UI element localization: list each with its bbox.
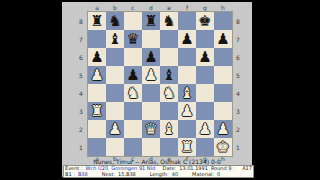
square-a3[interactable]: ♜ [88,102,106,120]
square-b7[interactable]: ♝ [106,30,124,48]
white-p-piece[interactable]: ♟ [90,66,103,84]
next-value: 15.B38 [118,172,136,178]
square-a7[interactable] [88,30,106,48]
move-value: B38 [78,172,88,178]
square-h1[interactable]: ♚ [214,138,232,156]
rank-labels-left: 87654321 [77,12,85,156]
black-p-piece[interactable]: ♟ [90,48,103,66]
square-f4[interactable]: ♝ [178,84,196,102]
length-label: Length: [150,172,169,178]
square-e8[interactable]: ♞ [160,12,178,30]
square-g3[interactable] [196,102,214,120]
square-g2[interactable]: ♟ [196,120,214,138]
material-value: 0 [217,172,220,178]
coord-label-1: 1 [234,138,242,156]
square-h5[interactable] [214,66,232,84]
round-label: Round 9 : [211,166,235,172]
square-a2[interactable] [88,120,106,138]
coord-label-5: 5 [234,66,242,84]
square-g7[interactable] [196,30,214,48]
square-b8[interactable]: ♞ [106,12,124,30]
square-e4[interactable]: ♞ [160,84,178,102]
square-e6[interactable] [160,48,178,66]
coord-label-6: 6 [77,48,85,66]
coord-label-a: a [88,5,106,11]
square-b5[interactable] [106,66,124,84]
square-h7[interactable]: ♟ [214,30,232,48]
file-labels-top: abcdefgh [88,5,232,11]
square-h4[interactable] [214,84,232,102]
coord-label-4: 4 [77,84,85,102]
square-c6[interactable] [124,48,142,66]
black-r-piece[interactable]: ♜ [144,12,157,30]
square-e3[interactable] [160,102,178,120]
coord-label-g: g [196,5,214,11]
square-b1[interactable] [106,138,124,156]
coord-label-8: 8 [234,12,242,30]
players-result-line: Nunes, Timur -- Arias, Osmak C (2134) 0-… [62,159,252,164]
rank-labels-right: 87654321 [234,12,242,156]
square-d5[interactable]: ♟ [142,66,160,84]
black-b-piece[interactable]: ♝ [162,66,175,84]
white-b-piece[interactable]: ♝ [180,84,193,102]
coord-label-c: c [124,5,142,11]
material-label: Material: [192,172,214,178]
coord-label-5: 5 [77,66,85,84]
coord-label-1: 1 [77,138,85,156]
square-f7[interactable]: ♟ [178,30,196,48]
coord-label-8: 8 [77,12,85,30]
square-e2[interactable]: ♝ [160,120,178,138]
square-a5[interactable]: ♟ [88,66,106,84]
square-f5[interactable] [178,66,196,84]
coord-label-2: 2 [234,120,242,138]
square-g6[interactable]: ♟ [196,48,214,66]
square-g8[interactable]: ♚ [196,12,214,30]
square-f6[interactable] [178,48,196,66]
square-g4[interactable] [196,84,214,102]
square-d1[interactable] [142,138,160,156]
square-f3[interactable]: ♟ [178,102,196,120]
square-a1[interactable] [88,138,106,156]
black-p-piece[interactable]: ♟ [126,66,139,84]
square-c7[interactable]: ♛ [124,30,142,48]
black-p-piece[interactable]: ♟ [180,30,193,48]
square-h3[interactable] [214,102,232,120]
square-d8[interactable]: ♜ [142,12,160,30]
square-f2[interactable] [178,120,196,138]
white-r-piece[interactable]: ♜ [180,138,193,156]
black-b-piece[interactable]: ♝ [108,30,121,48]
coord-label-3: 3 [234,102,242,120]
black-k-piece[interactable]: ♚ [198,12,211,30]
white-k-piece[interactable]: ♚ [216,138,229,156]
square-f1[interactable]: ♜ [178,138,196,156]
white-b-piece[interactable]: ♝ [162,120,175,138]
black-r-piece[interactable]: ♜ [90,12,103,30]
square-c3[interactable] [124,102,142,120]
square-b3[interactable] [106,102,124,120]
white-p-piece[interactable]: ♟ [144,66,157,84]
square-c8[interactable] [124,12,142,30]
square-g1[interactable] [196,138,214,156]
square-f8[interactable] [178,12,196,30]
black-p-piece[interactable]: ♟ [198,48,211,66]
square-h8[interactable] [214,12,232,30]
moves-row: B1 : B38 Next: 15.B38 Length: 40 Materia… [65,172,252,178]
square-a8[interactable]: ♜ [88,12,106,30]
white-q-piece[interactable]: ♛ [144,120,157,138]
square-b6[interactable] [106,48,124,66]
next-label: Next: [102,172,115,178]
square-h6[interactable] [214,48,232,66]
square-g5[interactable] [196,66,214,84]
square-c5[interactable]: ♟ [124,66,142,84]
coord-label-6: 6 [234,48,242,66]
black-n-piece[interactable]: ♞ [162,12,175,30]
game-info-box: Event : Wch U20, Groningen 91 Nld Date: … [63,165,254,178]
square-c1[interactable] [124,138,142,156]
white-p-piece[interactable]: ♟ [180,102,193,120]
square-d7[interactable] [142,30,160,48]
square-d3[interactable] [142,102,160,120]
square-e7[interactable] [160,30,178,48]
square-h2[interactable]: ♟ [214,120,232,138]
black-p-piece[interactable]: ♟ [144,48,157,66]
square-e5[interactable]: ♝ [160,66,178,84]
square-d2[interactable]: ♛ [142,120,160,138]
coord-label-4: 4 [234,84,242,102]
coord-label-e: e [160,5,178,11]
white-p-piece[interactable]: ♟ [216,120,229,138]
white-p-piece[interactable]: ♟ [198,120,211,138]
black-q-piece[interactable]: ♛ [126,30,139,48]
square-a6[interactable]: ♟ [88,48,106,66]
coord-label-h: h [214,5,232,11]
square-b4[interactable] [106,84,124,102]
length-value: 40 [172,172,178,178]
square-c4[interactable]: ♞ [124,84,142,102]
coord-label-b: b [106,5,124,11]
eco-code: A17 [242,166,252,172]
square-d4[interactable] [142,84,160,102]
white-n-piece[interactable]: ♞ [162,84,175,102]
coord-label-7: 7 [234,30,242,48]
square-c2[interactable] [124,120,142,138]
white-n-piece[interactable]: ♞ [126,84,139,102]
square-a4[interactable] [88,84,106,102]
black-n-piece[interactable]: ♞ [108,12,121,30]
black-p-piece[interactable]: ♟ [216,30,229,48]
square-e1[interactable] [160,138,178,156]
white-p-piece[interactable]: ♟ [108,120,121,138]
coord-label-3: 3 [77,102,85,120]
coord-label-2: 2 [77,120,85,138]
white-r-piece[interactable]: ♜ [90,102,103,120]
square-b2[interactable]: ♟ [106,120,124,138]
move-label: B1 : [65,172,75,178]
chess-board[interactable]: ♜♞♜♞♚♝♛♟♟♟♟♟♟♟♟♝♞♞♝♜♟♟♛♝♟♟♜♚ [88,12,232,156]
coord-label-d: d [142,5,160,11]
square-d6[interactable]: ♟ [142,48,160,66]
coord-label-7: 7 [77,30,85,48]
coord-label-f: f [178,5,196,11]
